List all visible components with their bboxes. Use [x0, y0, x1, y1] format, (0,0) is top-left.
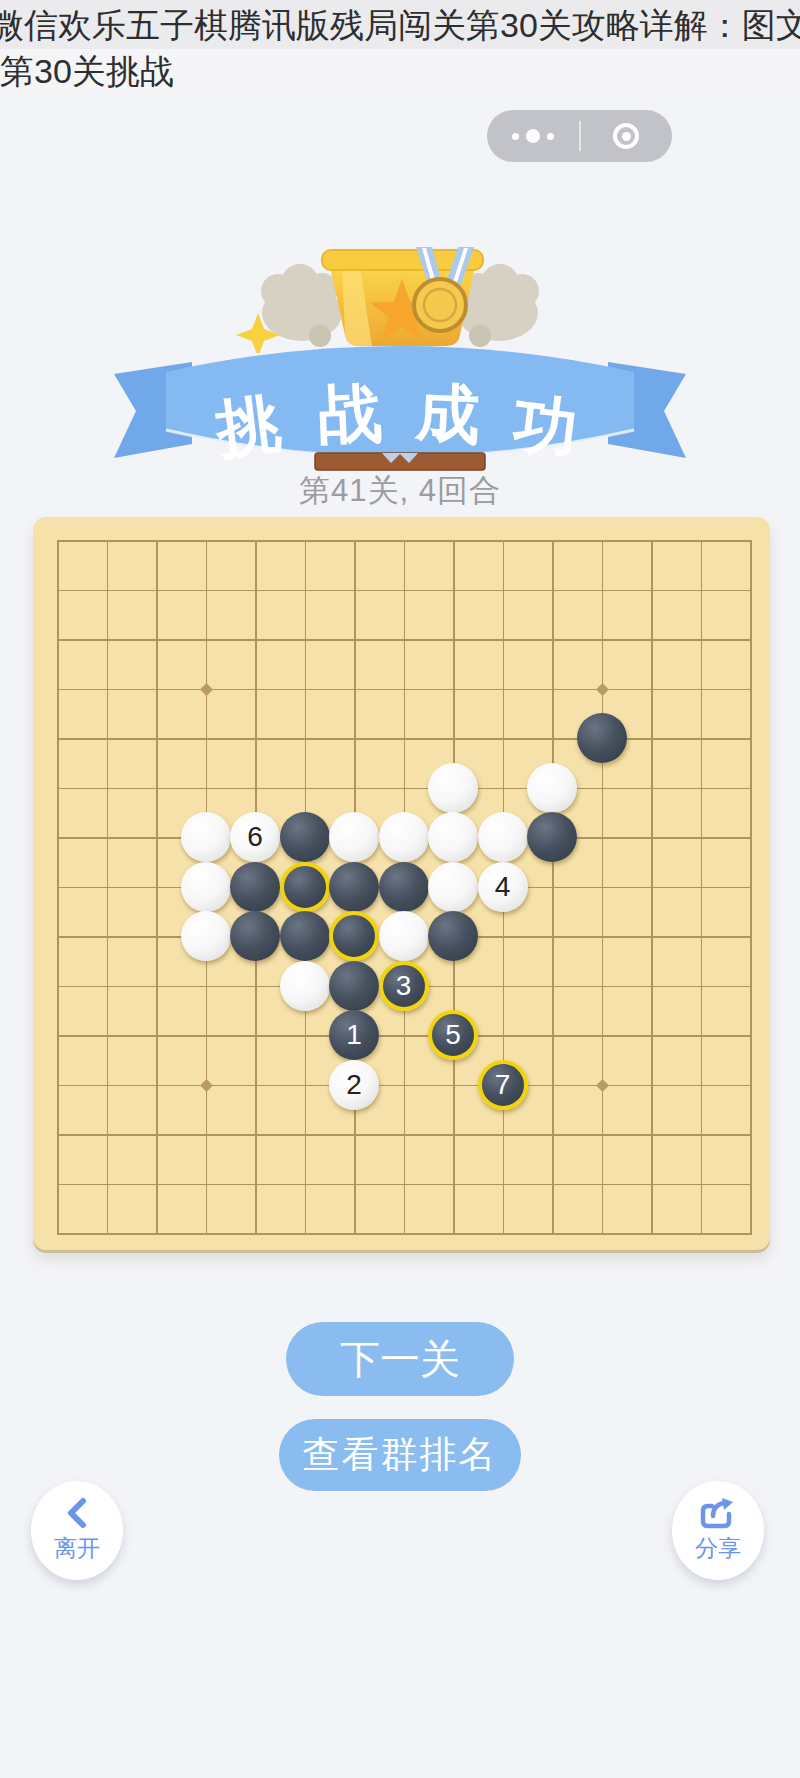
share-button[interactable]: 分享	[672, 1481, 764, 1580]
page-title-line2: 第30关挑战	[0, 49, 800, 95]
grid-line-vertical	[701, 540, 703, 1235]
stone-white	[181, 911, 231, 961]
svg-text:战: 战	[317, 377, 384, 452]
back-chevron-icon	[65, 1497, 89, 1529]
grid-line-vertical	[750, 540, 752, 1235]
stone-black	[428, 911, 478, 961]
grid-line-horizontal	[57, 1035, 752, 1037]
stone-white	[428, 862, 478, 912]
stone-white	[428, 763, 478, 813]
grid-line-vertical	[651, 540, 653, 1235]
wood-stand-icon	[315, 453, 485, 470]
stone-white	[280, 961, 330, 1011]
svg-text:功: 功	[509, 386, 582, 465]
stone-white	[379, 911, 429, 961]
page-title-text2: 第30关挑战	[0, 52, 174, 90]
stone-white	[428, 812, 478, 862]
trophy-illustration	[230, 203, 570, 353]
stone-white	[527, 763, 577, 813]
stone-black	[280, 862, 330, 912]
grid-line-horizontal	[57, 1085, 752, 1087]
stone-white	[379, 812, 429, 862]
page-title-text1: 微信欢乐五子棋腾讯版残局闯关第30关攻略详解：图文教程带你轻松过	[0, 0, 800, 49]
stone-white	[181, 812, 231, 862]
share-icon	[700, 1497, 736, 1529]
grid-line-vertical	[602, 540, 604, 1235]
star-point	[200, 1079, 213, 1092]
share-label: 分享	[695, 1533, 741, 1564]
next-level-button[interactable]: 下一关	[286, 1322, 514, 1396]
stone-black	[329, 911, 379, 961]
stone-white-move-2: 2	[329, 1060, 379, 1110]
stone-black	[577, 713, 627, 763]
page-title-line1: 微信欢乐五子棋腾讯版残局闯关第30关攻略详解：图文教程带你轻松过	[0, 0, 800, 49]
capsule-menu-button[interactable]	[487, 110, 579, 162]
stone-white-move-4: 4	[478, 862, 528, 912]
stone-black	[379, 862, 429, 912]
star-point	[596, 1079, 609, 1092]
grid-line-horizontal	[57, 1134, 752, 1136]
three-dots-menu-icon	[512, 129, 554, 143]
grid-line-vertical	[552, 540, 554, 1235]
gomoku-board: 6431527	[33, 517, 770, 1250]
stone-black	[329, 961, 379, 1011]
grid-line-horizontal	[57, 1184, 752, 1186]
stone-black	[280, 911, 330, 961]
success-banner: 挑 战 成 功	[110, 332, 690, 484]
svg-text:挑: 挑	[210, 386, 284, 466]
stone-black-move-7: 7	[478, 1060, 528, 1110]
leave-label: 离开	[54, 1533, 100, 1564]
stone-black	[230, 911, 280, 961]
svg-text:成: 成	[413, 377, 481, 452]
stone-white-move-6: 6	[230, 812, 280, 862]
wechat-capsule	[487, 110, 672, 162]
capsule-close-button[interactable]	[581, 110, 673, 162]
stone-black-move-5: 5	[428, 1010, 478, 1060]
group-ranking-button[interactable]: 查看群排名	[279, 1419, 521, 1491]
stone-white	[329, 812, 379, 862]
stone-white	[181, 862, 231, 912]
stone-black	[280, 812, 330, 862]
star-point	[596, 683, 609, 696]
stone-black	[230, 862, 280, 912]
circle-target-close-icon	[613, 123, 639, 149]
stone-black	[527, 812, 577, 862]
stone-white	[478, 812, 528, 862]
leave-button[interactable]: 离开	[31, 1481, 123, 1580]
banner-ribbon-icon	[114, 346, 686, 458]
stone-black-move-1: 1	[329, 1010, 379, 1060]
level-info: 第41关, 4回合	[0, 470, 800, 512]
page: { "game": "Gomoku (五子棋) - WeChat Happy G…	[0, 0, 800, 1778]
stone-black	[329, 862, 379, 912]
grid-line-horizontal	[57, 1233, 752, 1235]
stone-black-move-3: 3	[379, 961, 429, 1011]
star-point	[200, 683, 213, 696]
